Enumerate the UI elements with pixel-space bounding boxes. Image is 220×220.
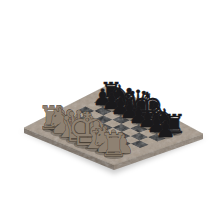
chess-board-3d-view: ♜♟♞♟♝♟♛♟♚♟♝♟♟♞♟♜♟♟♞♜♟♝♟♛♟♚♟♝♟♞♟♜ xyxy=(0,0,220,220)
piece-black-pawn-h7: ♟ xyxy=(156,116,176,142)
piece-white-rook-h1: ♜ xyxy=(100,127,128,163)
product-photo-chess-set: ♜♟♞♟♝♟♛♟♚♟♝♟♟♞♟♜♟♟♞♜♟♝♟♛♟♚♟♝♟♞♟♜ xyxy=(0,0,220,220)
